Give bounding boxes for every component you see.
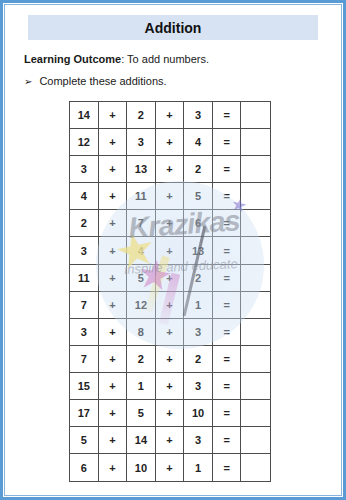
addend-cell: 7 — [70, 292, 99, 319]
header-banner: Addition — [28, 15, 318, 40]
operator-cell: + — [99, 427, 128, 454]
equals-cell: = — [213, 373, 242, 400]
addend-cell: 2 — [127, 346, 156, 373]
addend-cell: 10 — [127, 454, 156, 481]
operator-cell: + — [156, 373, 185, 400]
operator-cell: + — [156, 183, 185, 210]
addend-cell: 10 — [184, 400, 213, 427]
answer-cell[interactable] — [241, 319, 270, 346]
equals-cell: = — [213, 319, 242, 346]
addend-cell: 5 — [127, 265, 156, 292]
addend-cell: 2 — [127, 102, 156, 129]
addend-cell: 5 — [70, 427, 99, 454]
additions-table: 14+2+3=12+3+4=3+13+2=4+11+5=2+7+6=3+4+13… — [69, 101, 271, 482]
equals-cell: = — [213, 265, 242, 292]
equals-cell: = — [213, 346, 242, 373]
addend-cell: 3 — [184, 319, 213, 346]
worksheet-page: Addition Learning Outcome: To add number… — [0, 0, 346, 500]
addend-cell: 1 — [127, 373, 156, 400]
answer-cell[interactable] — [241, 265, 270, 292]
operator-cell: + — [99, 400, 128, 427]
operator-cell: + — [156, 237, 185, 264]
addend-cell: 11 — [127, 183, 156, 210]
learning-outcome-label: Learning Outcome — [24, 53, 121, 65]
addend-cell: 2 — [70, 210, 99, 237]
addend-cell: 4 — [127, 237, 156, 264]
operator-cell: + — [156, 102, 185, 129]
addend-cell: 12 — [127, 292, 156, 319]
operator-cell: + — [99, 319, 128, 346]
operator-cell: + — [99, 183, 128, 210]
operator-cell: + — [156, 400, 185, 427]
addend-cell: 13 — [184, 237, 213, 264]
addend-cell: 1 — [184, 292, 213, 319]
answer-cell[interactable] — [241, 129, 270, 156]
operator-cell: + — [99, 129, 128, 156]
learning-outcome-line: Learning Outcome: To add numbers. — [24, 53, 324, 65]
equals-cell: = — [213, 129, 242, 156]
addend-cell: 3 — [184, 373, 213, 400]
operator-cell: + — [156, 319, 185, 346]
operator-cell: + — [99, 373, 128, 400]
operator-cell: + — [99, 156, 128, 183]
page-title: Addition — [145, 20, 202, 36]
answer-cell[interactable] — [241, 237, 270, 264]
addend-cell: 3 — [70, 237, 99, 264]
answer-cell[interactable] — [241, 400, 270, 427]
answer-cell[interactable] — [241, 373, 270, 400]
equals-cell: = — [213, 427, 242, 454]
addend-cell: 13 — [127, 156, 156, 183]
addend-cell: 11 — [70, 265, 99, 292]
addend-cell: 17 — [70, 400, 99, 427]
addend-cell: 14 — [127, 427, 156, 454]
operator-cell: + — [156, 156, 185, 183]
addend-cell: 14 — [70, 102, 99, 129]
operator-cell: + — [99, 210, 128, 237]
addend-cell: 7 — [127, 210, 156, 237]
operator-cell: + — [156, 346, 185, 373]
operator-cell: + — [99, 454, 128, 481]
addend-cell: 3 — [127, 129, 156, 156]
addend-cell: 3 — [70, 319, 99, 346]
answer-cell[interactable] — [241, 346, 270, 373]
addend-cell: 4 — [70, 183, 99, 210]
answer-cell[interactable] — [241, 427, 270, 454]
operator-cell: + — [156, 129, 185, 156]
operator-cell: + — [156, 210, 185, 237]
equals-cell: = — [213, 156, 242, 183]
addend-cell: 3 — [184, 102, 213, 129]
answer-cell[interactable] — [241, 102, 270, 129]
equals-cell: = — [213, 292, 242, 319]
answer-cell[interactable] — [241, 156, 270, 183]
instruction-text: Complete these additions. — [39, 75, 166, 87]
operator-cell: + — [99, 265, 128, 292]
answer-cell[interactable] — [241, 454, 270, 481]
answer-cell[interactable] — [241, 210, 270, 237]
addend-cell: 6 — [184, 210, 213, 237]
instruction-line: ➢ Complete these additions. — [24, 75, 324, 87]
addend-cell: 8 — [127, 319, 156, 346]
addend-cell: 5 — [127, 400, 156, 427]
equals-cell: = — [213, 210, 242, 237]
operator-cell: + — [156, 265, 185, 292]
addend-cell: 7 — [70, 346, 99, 373]
operator-cell: + — [156, 427, 185, 454]
operator-cell: + — [156, 454, 185, 481]
equals-cell: = — [213, 237, 242, 264]
addend-cell: 6 — [70, 454, 99, 481]
arrow-bullet-icon: ➢ — [24, 76, 32, 87]
addend-cell: 2 — [184, 156, 213, 183]
addend-cell: 3 — [184, 427, 213, 454]
addend-cell: 2 — [184, 346, 213, 373]
equals-cell: = — [213, 400, 242, 427]
operator-cell: + — [99, 292, 128, 319]
equals-cell: = — [213, 454, 242, 481]
equals-cell: = — [213, 183, 242, 210]
operator-cell: + — [99, 237, 128, 264]
learning-outcome-text: : To add numbers. — [121, 53, 209, 65]
operator-cell: + — [99, 346, 128, 373]
operator-cell: + — [156, 292, 185, 319]
answer-cell[interactable] — [241, 183, 270, 210]
addend-cell: 4 — [184, 129, 213, 156]
addend-cell: 2 — [184, 265, 213, 292]
addend-cell: 1 — [184, 454, 213, 481]
addend-cell: 15 — [70, 373, 99, 400]
addend-cell: 5 — [184, 183, 213, 210]
addend-cell: 12 — [70, 129, 99, 156]
operator-cell: + — [99, 102, 128, 129]
equals-cell: = — [213, 102, 242, 129]
addend-cell: 3 — [70, 156, 99, 183]
answer-cell[interactable] — [241, 292, 270, 319]
